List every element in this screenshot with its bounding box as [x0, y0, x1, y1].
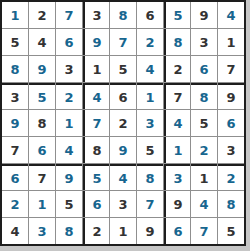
sudoku-cell-r3c8[interactable]: 6 — [191, 56, 217, 82]
sudoku-cell-r1c4[interactable]: 3 — [83, 2, 109, 28]
sudoku-cell-r4c4[interactable]: 4 — [83, 83, 109, 109]
sudoku-cell-r3c3[interactable]: 3 — [56, 56, 82, 82]
sudoku-cell-r9c4[interactable]: 2 — [83, 218, 109, 244]
sudoku-cell-r8c3[interactable]: 5 — [56, 191, 82, 217]
sudoku-cell-r6c1[interactable]: 7 — [2, 137, 28, 163]
sudoku-cell-r5c8[interactable]: 5 — [191, 110, 217, 136]
sudoku-cell-r3c7[interactable]: 2 — [164, 56, 190, 82]
sudoku-cell-r3c5[interactable]: 5 — [110, 56, 136, 82]
sudoku-cell-r4c3[interactable]: 2 — [56, 83, 82, 109]
sudoku-cell-r1c9[interactable]: 4 — [218, 2, 244, 28]
sudoku-cell-r2c1[interactable]: 5 — [2, 29, 28, 55]
sudoku-cell-r9c3[interactable]: 8 — [56, 218, 82, 244]
sudoku-cell-r5c6[interactable]: 3 — [137, 110, 163, 136]
sudoku-cell-r8c5[interactable]: 3 — [110, 191, 136, 217]
sudoku-cell-r2c5[interactable]: 7 — [110, 29, 136, 55]
sudoku-cell-r3c6[interactable]: 4 — [137, 56, 163, 82]
sudoku-cell-r4c6[interactable]: 1 — [137, 83, 163, 109]
sudoku-cell-r8c4[interactable]: 6 — [83, 191, 109, 217]
sudoku-cell-r2c8[interactable]: 3 — [191, 29, 217, 55]
sudoku-cell-r5c1[interactable]: 9 — [2, 110, 28, 136]
sudoku-cell-r7c4[interactable]: 5 — [83, 164, 109, 190]
sudoku-cell-r4c5[interactable]: 6 — [110, 83, 136, 109]
sudoku-cell-r6c8[interactable]: 2 — [191, 137, 217, 163]
sudoku-cell-r8c9[interactable]: 8 — [218, 191, 244, 217]
sudoku-cell-r3c1[interactable]: 8 — [2, 56, 28, 82]
sudoku-cell-r5c4[interactable]: 7 — [83, 110, 109, 136]
sudoku-cell-r9c8[interactable]: 7 — [191, 218, 217, 244]
sudoku-cell-r3c2[interactable]: 9 — [29, 56, 55, 82]
sudoku-cell-r4c1[interactable]: 3 — [2, 83, 28, 109]
sudoku-cell-r6c5[interactable]: 9 — [110, 137, 136, 163]
sudoku-cell-r2c3[interactable]: 6 — [56, 29, 82, 55]
sudoku-board: 1273865945469728318931542673524617899817… — [0, 0, 246, 246]
sudoku-cell-r6c2[interactable]: 6 — [29, 137, 55, 163]
sudoku-cell-r8c2[interactable]: 1 — [29, 191, 55, 217]
sudoku-cell-r2c6[interactable]: 2 — [137, 29, 163, 55]
sudoku-cell-r6c9[interactable]: 3 — [218, 137, 244, 163]
sudoku-cell-r9c5[interactable]: 1 — [110, 218, 136, 244]
sudoku-cell-r7c3[interactable]: 9 — [56, 164, 82, 190]
sudoku-cell-r7c9[interactable]: 2 — [218, 164, 244, 190]
sudoku-cell-r4c8[interactable]: 8 — [191, 83, 217, 109]
sudoku-cell-r4c7[interactable]: 7 — [164, 83, 190, 109]
sudoku-cell-r1c8[interactable]: 9 — [191, 2, 217, 28]
sudoku-cell-r8c7[interactable]: 9 — [164, 191, 190, 217]
sudoku-cell-r1c5[interactable]: 8 — [110, 2, 136, 28]
sudoku-cell-r6c3[interactable]: 4 — [56, 137, 82, 163]
sudoku-cell-r2c9[interactable]: 1 — [218, 29, 244, 55]
sudoku-cell-r7c5[interactable]: 4 — [110, 164, 136, 190]
sudoku-cell-r9c6[interactable]: 9 — [137, 218, 163, 244]
sudoku-cell-r8c8[interactable]: 4 — [191, 191, 217, 217]
sudoku-cell-r5c7[interactable]: 4 — [164, 110, 190, 136]
sudoku-cell-r1c6[interactable]: 6 — [137, 2, 163, 28]
sudoku-cell-r7c8[interactable]: 1 — [191, 164, 217, 190]
sudoku-cell-r8c6[interactable]: 7 — [137, 191, 163, 217]
sudoku-cell-r7c1[interactable]: 6 — [2, 164, 28, 190]
sudoku-cell-r5c3[interactable]: 1 — [56, 110, 82, 136]
sudoku-cell-r1c3[interactable]: 7 — [56, 2, 82, 28]
sudoku-cell-r4c2[interactable]: 5 — [29, 83, 55, 109]
sudoku-cell-r6c6[interactable]: 5 — [137, 137, 163, 163]
sudoku-cell-r2c4[interactable]: 9 — [83, 29, 109, 55]
sudoku-cell-r5c5[interactable]: 2 — [110, 110, 136, 136]
sudoku-cell-r1c1[interactable]: 1 — [2, 2, 28, 28]
sudoku-cell-r3c9[interactable]: 7 — [218, 56, 244, 82]
sudoku-cell-r9c2[interactable]: 3 — [29, 218, 55, 244]
sudoku-cell-r7c7[interactable]: 3 — [164, 164, 190, 190]
sudoku-cell-r5c9[interactable]: 6 — [218, 110, 244, 136]
sudoku-cell-r5c2[interactable]: 8 — [29, 110, 55, 136]
sudoku-cell-r1c2[interactable]: 2 — [29, 2, 55, 28]
sudoku-cell-r8c1[interactable]: 2 — [2, 191, 28, 217]
sudoku-cell-r4c9[interactable]: 9 — [218, 83, 244, 109]
sudoku-cell-r9c1[interactable]: 4 — [2, 218, 28, 244]
sudoku-cell-r2c2[interactable]: 4 — [29, 29, 55, 55]
sudoku-cell-r3c4[interactable]: 1 — [83, 56, 109, 82]
sudoku-cell-r2c7[interactable]: 8 — [164, 29, 190, 55]
sudoku-cell-r1c7[interactable]: 5 — [164, 2, 190, 28]
sudoku-cell-r7c6[interactable]: 8 — [137, 164, 163, 190]
sudoku-cell-r9c7[interactable]: 6 — [164, 218, 190, 244]
sudoku-cell-r6c4[interactable]: 8 — [83, 137, 109, 163]
sudoku-cell-r9c9[interactable]: 5 — [218, 218, 244, 244]
sudoku-cell-r6c7[interactable]: 1 — [164, 137, 190, 163]
sudoku-cell-r7c2[interactable]: 7 — [29, 164, 55, 190]
